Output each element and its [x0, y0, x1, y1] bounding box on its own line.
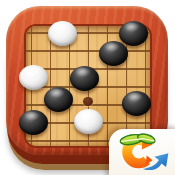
grid-line-horizontal	[26, 68, 150, 70]
grid-line-horizontal	[26, 50, 150, 52]
grid-line-horizontal	[26, 32, 150, 34]
tencent-logo-card	[109, 129, 175, 175]
gomoku-board	[26, 26, 150, 146]
tencent-games-logo-icon	[113, 131, 175, 175]
app-icon[interactable]	[0, 0, 175, 175]
grid-line-horizontal	[26, 86, 150, 88]
grid-line-horizontal	[26, 122, 150, 124]
star-point	[83, 97, 93, 106]
